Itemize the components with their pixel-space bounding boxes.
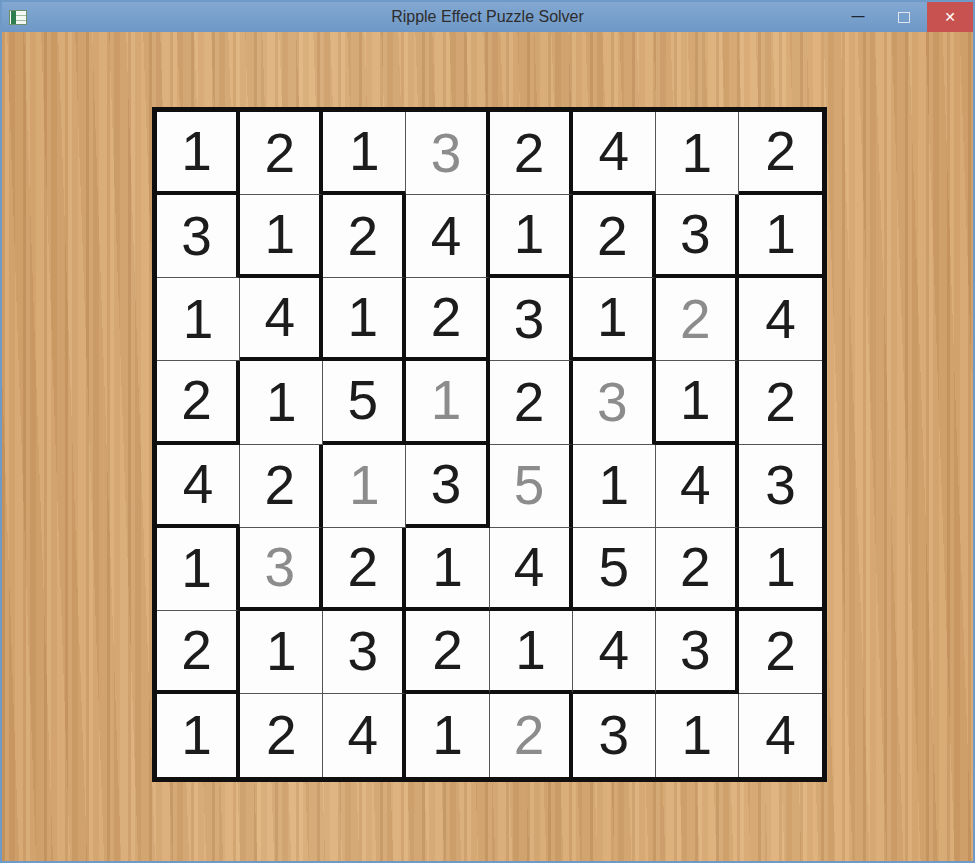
cell-digit: 1 (682, 708, 713, 763)
maximize-icon (898, 12, 910, 23)
board-cell-r1c5[interactable]: 2 (490, 112, 573, 195)
cell-digit: 2 (597, 209, 628, 264)
cell-digit: 1 (181, 708, 212, 763)
board-cell-r4c6[interactable]: 3 (573, 361, 656, 444)
board-cell-r6c8[interactable]: 1 (739, 528, 822, 611)
board-cell-r5c3[interactable]: 1 (323, 445, 406, 528)
cell-digit: 1 (765, 207, 796, 262)
cell-digit: 1 (598, 458, 629, 513)
board-cell-r7c6[interactable]: 4 (573, 611, 656, 694)
board-cell-r4c8[interactable]: 2 (739, 361, 822, 444)
cell-digit: 3 (680, 623, 711, 678)
cell-digit: 1 (264, 207, 295, 262)
cell-digit: 2 (266, 708, 297, 763)
cell-digit: 1 (266, 375, 297, 430)
cell-digit: 2 (514, 708, 545, 763)
board-cell-r1c3[interactable]: 1 (323, 112, 406, 195)
cell-digit: 4 (514, 540, 545, 595)
cell-digit: 1 (432, 708, 463, 763)
board-cell-r3c4[interactable]: 2 (406, 278, 489, 361)
cell-digit: 2 (514, 126, 545, 181)
cell-digit: 3 (431, 457, 462, 512)
app-window: Ripple Effect Puzzle Solver — ✕ 12132412… (0, 0, 975, 863)
board-cell-r5c8[interactable]: 3 (739, 445, 822, 528)
cell-digit: 1 (765, 540, 796, 595)
cell-digit: 1 (266, 624, 297, 679)
board-cell-r7c2[interactable]: 1 (240, 611, 323, 694)
cell-digit: 4 (680, 458, 711, 513)
cell-digit: 2 (264, 458, 295, 513)
cell-digit: 2 (514, 375, 545, 430)
board-cell-r7c3[interactable]: 3 (323, 611, 406, 694)
board-cell-r3c1[interactable]: 1 (157, 278, 240, 361)
board-cell-r3c2[interactable]: 4 (240, 278, 323, 361)
board-cell-r6c3[interactable]: 2 (323, 528, 406, 611)
board-cell-r4c2[interactable]: 1 (240, 361, 323, 444)
cell-digit: 1 (682, 126, 713, 181)
board-cell-r8c6[interactable]: 3 (573, 694, 656, 777)
cell-digit: 1 (181, 124, 212, 179)
cell-digit: 3 (597, 375, 628, 430)
window-controls: — ✕ (835, 2, 973, 32)
board-cell-r5c5[interactable]: 5 (490, 445, 573, 528)
board-cell-r2c7[interactable]: 3 (656, 195, 739, 278)
cell-digit: 3 (348, 624, 379, 679)
board-cell-r4c7[interactable]: 1 (656, 361, 739, 444)
cell-digit: 4 (183, 457, 214, 512)
cell-digit: 3 (431, 126, 462, 181)
board-cell-r5c6[interactable]: 1 (573, 445, 656, 528)
cell-digit: 2 (431, 290, 462, 345)
board-cell-r2c1[interactable]: 3 (157, 195, 240, 278)
cell-digit: 2 (765, 375, 796, 430)
puzzle-board: 1213241231241231141231242151231242135143… (152, 107, 827, 782)
board-cell-r8c2[interactable]: 2 (240, 694, 323, 777)
close-button[interactable]: ✕ (927, 2, 973, 32)
cell-digit: 5 (598, 540, 629, 595)
cell-digit: 2 (348, 209, 379, 264)
cell-digit: 3 (598, 708, 629, 763)
cell-digit: 4 (348, 708, 379, 763)
cell-digit: 3 (181, 209, 212, 264)
cell-digit: 1 (597, 290, 628, 345)
board-cell-r5c2[interactable]: 2 (240, 445, 323, 528)
cell-digit: 1 (181, 541, 212, 596)
board-cell-r7c5[interactable]: 1 (490, 611, 573, 694)
board-cell-r7c7[interactable]: 3 (656, 611, 739, 694)
board-cell-r2c4[interactable]: 4 (406, 195, 489, 278)
board-cell-r6c4[interactable]: 1 (406, 528, 489, 611)
board-cell-r3c7[interactable]: 2 (656, 278, 739, 361)
cell-digit: 4 (598, 623, 629, 678)
cell-digit: 1 (680, 373, 711, 428)
board-cell-r2c5[interactable]: 1 (490, 195, 573, 278)
board-cell-r2c2[interactable]: 1 (240, 195, 323, 278)
cell-digit: 3 (680, 207, 711, 262)
board-cell-r6c1[interactable]: 1 (157, 528, 240, 611)
board-cell-r2c6[interactable]: 2 (573, 195, 656, 278)
board-cell-r2c8[interactable]: 1 (739, 195, 822, 278)
board-cell-r7c4[interactable]: 2 (406, 611, 489, 694)
board-cell-r5c7[interactable]: 4 (656, 445, 739, 528)
board-cell-r3c5[interactable]: 3 (490, 278, 573, 361)
cell-digit: 3 (514, 292, 545, 347)
cell-digit: 1 (432, 540, 463, 595)
cell-digit: 5 (514, 458, 545, 513)
cell-digit: 1 (349, 124, 380, 179)
title-bar[interactable]: Ripple Effect Puzzle Solver — ✕ (2, 2, 973, 32)
cell-digit: 1 (514, 207, 545, 262)
board-cell-r6c6[interactable]: 5 (573, 528, 656, 611)
minimize-button[interactable]: — (835, 2, 881, 32)
maximize-button[interactable] (881, 2, 927, 32)
board-cell-r8c5[interactable]: 2 (490, 694, 573, 777)
cell-digit: 4 (765, 708, 796, 763)
board-cell-r1c1[interactable]: 1 (157, 112, 240, 195)
board-cell-r4c4[interactable]: 1 (406, 361, 489, 444)
cell-digit: 2 (432, 623, 463, 678)
cell-digit: 1 (348, 290, 379, 345)
window-body: 1213241231241231141231242151231242135143… (2, 32, 973, 861)
cell-digit: 3 (765, 458, 796, 513)
cell-digit: 2 (181, 623, 212, 678)
cell-digit: 4 (765, 292, 796, 347)
cell-digit: 4 (431, 209, 462, 264)
cell-digit: 2 (680, 540, 711, 595)
cell-digit: 2 (680, 292, 711, 347)
board-cell-r4c5[interactable]: 2 (490, 361, 573, 444)
window-title: Ripple Effect Puzzle Solver (2, 8, 973, 26)
board-cell-r8c7[interactable]: 1 (656, 694, 739, 777)
cell-digit: 1 (515, 623, 546, 678)
board-cell-r8c4[interactable]: 1 (406, 694, 489, 777)
board-cell-r1c2[interactable]: 2 (240, 112, 323, 195)
board-cell-r8c8[interactable]: 4 (739, 694, 822, 777)
board-cell-r1c7[interactable]: 1 (656, 112, 739, 195)
cell-digit: 2 (348, 540, 379, 595)
board-cell-r2c3[interactable]: 2 (323, 195, 406, 278)
board-cell-r4c3[interactable]: 5 (323, 361, 406, 444)
board-cell-r1c6[interactable]: 4 (573, 112, 656, 195)
board-cell-r5c1[interactable]: 4 (157, 445, 240, 528)
board-cell-r6c2[interactable]: 3 (240, 528, 323, 611)
board-cell-r3c6[interactable]: 1 (573, 278, 656, 361)
board-cell-r5c4[interactable]: 3 (406, 445, 489, 528)
cell-digit: 3 (264, 540, 295, 595)
cell-digit: 2 (765, 124, 796, 179)
cell-digit: 4 (598, 124, 629, 179)
cell-digit: 2 (765, 624, 796, 679)
board-cell-r1c4[interactable]: 3 (406, 112, 489, 195)
cell-digit: 4 (264, 290, 295, 345)
board-cell-r8c1[interactable]: 1 (157, 694, 240, 777)
board-cell-r3c8[interactable]: 4 (739, 278, 822, 361)
cell-digit: 1 (349, 458, 380, 513)
board-cell-r4c1[interactable]: 2 (157, 361, 240, 444)
cell-digit: 2 (264, 126, 295, 181)
cell-digit: 5 (348, 373, 379, 428)
board-cell-r6c5[interactable]: 4 (490, 528, 573, 611)
board-cell-r6c7[interactable]: 2 (656, 528, 739, 611)
board-cell-r7c1[interactable]: 2 (157, 611, 240, 694)
board-cell-r3c3[interactable]: 1 (323, 278, 406, 361)
board-cell-r7c8[interactable]: 2 (739, 611, 822, 694)
board-cell-r8c3[interactable]: 4 (323, 694, 406, 777)
cell-digit: 2 (181, 373, 212, 428)
cell-digit: 1 (431, 373, 462, 428)
cell-digit: 1 (183, 292, 214, 347)
board-cell-r1c8[interactable]: 2 (739, 112, 822, 195)
